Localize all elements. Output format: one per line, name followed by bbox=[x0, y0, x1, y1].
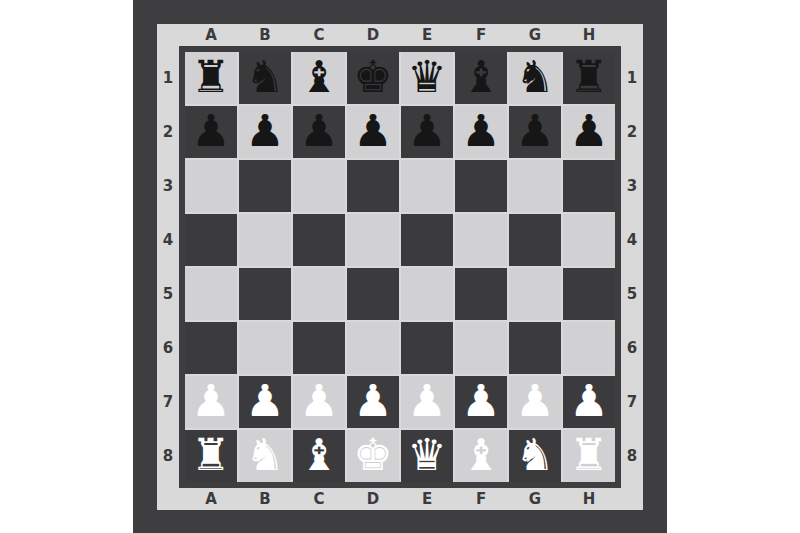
square-e3[interactable] bbox=[401, 160, 453, 212]
square-g3[interactable] bbox=[509, 160, 561, 212]
square-d8[interactable]: ♚ bbox=[347, 430, 399, 482]
piece-white-pawn: ♟ bbox=[191, 379, 230, 423]
square-g1[interactable]: ♞ bbox=[509, 52, 561, 104]
square-c6[interactable] bbox=[293, 322, 345, 374]
piece-white-pawn: ♟ bbox=[515, 379, 554, 423]
square-e8[interactable]: ♛ bbox=[401, 430, 453, 482]
piece-black-bishop: ♝ bbox=[461, 55, 500, 99]
file-labels-bottom: ABCDEFGH bbox=[185, 488, 615, 510]
square-f8[interactable]: ♝ bbox=[455, 430, 507, 482]
file-label-f: F bbox=[455, 24, 507, 46]
file-label-c: C bbox=[293, 488, 345, 510]
square-f6[interactable] bbox=[455, 322, 507, 374]
square-e7[interactable]: ♟ bbox=[401, 376, 453, 428]
piece-white-knight: ♞ bbox=[245, 433, 284, 477]
square-d4[interactable] bbox=[347, 214, 399, 266]
rank-labels-left: 12345678 bbox=[157, 52, 179, 482]
file-label-a: A bbox=[185, 24, 237, 46]
file-label-c: C bbox=[293, 24, 345, 46]
square-d5[interactable] bbox=[347, 268, 399, 320]
page: ABCDEFGH ABCDEFGH 12345678 12345678 ♜♞♝♚… bbox=[0, 0, 800, 533]
rank-labels-right: 12345678 bbox=[621, 52, 643, 482]
piece-white-pawn: ♟ bbox=[245, 379, 284, 423]
square-a4[interactable] bbox=[185, 214, 237, 266]
rank-label-1: 1 bbox=[621, 52, 643, 104]
square-e6[interactable] bbox=[401, 322, 453, 374]
square-g7[interactable]: ♟ bbox=[509, 376, 561, 428]
square-g4[interactable] bbox=[509, 214, 561, 266]
rank-label-6: 6 bbox=[157, 322, 179, 374]
file-label-d: D bbox=[347, 488, 399, 510]
square-a6[interactable] bbox=[185, 322, 237, 374]
square-b4[interactable] bbox=[239, 214, 291, 266]
file-label-g: G bbox=[509, 488, 561, 510]
square-g8[interactable]: ♞ bbox=[509, 430, 561, 482]
rank-label-7: 7 bbox=[621, 376, 643, 428]
square-h2[interactable]: ♟ bbox=[563, 106, 615, 158]
file-label-a: A bbox=[185, 488, 237, 510]
square-a7[interactable]: ♟ bbox=[185, 376, 237, 428]
square-f2[interactable]: ♟ bbox=[455, 106, 507, 158]
square-b1[interactable]: ♞ bbox=[239, 52, 291, 104]
square-f4[interactable] bbox=[455, 214, 507, 266]
square-a8[interactable]: ♜ bbox=[185, 430, 237, 482]
file-label-d: D bbox=[347, 24, 399, 46]
square-h8[interactable]: ♜ bbox=[563, 430, 615, 482]
rank-label-3: 3 bbox=[621, 160, 643, 212]
square-c3[interactable] bbox=[293, 160, 345, 212]
square-c2[interactable]: ♟ bbox=[293, 106, 345, 158]
piece-black-rook: ♜ bbox=[569, 55, 608, 99]
board-frame: ABCDEFGH ABCDEFGH 12345678 12345678 ♜♞♝♚… bbox=[157, 24, 643, 510]
piece-white-pawn: ♟ bbox=[407, 379, 446, 423]
square-h1[interactable]: ♜ bbox=[563, 52, 615, 104]
square-h4[interactable] bbox=[563, 214, 615, 266]
piece-white-pawn: ♟ bbox=[461, 379, 500, 423]
square-e5[interactable] bbox=[401, 268, 453, 320]
rank-label-5: 5 bbox=[621, 268, 643, 320]
square-a5[interactable] bbox=[185, 268, 237, 320]
piece-black-pawn: ♟ bbox=[569, 109, 608, 153]
rank-label-8: 8 bbox=[621, 430, 643, 482]
square-g5[interactable] bbox=[509, 268, 561, 320]
rank-label-7: 7 bbox=[157, 376, 179, 428]
square-g6[interactable] bbox=[509, 322, 561, 374]
piece-black-rook: ♜ bbox=[191, 55, 230, 99]
square-f3[interactable] bbox=[455, 160, 507, 212]
piece-white-rook: ♜ bbox=[569, 433, 608, 477]
board-inner-border: ♜♞♝♚♛♝♞♜♟♟♟♟♟♟♟♟♟♟♟♟♟♟♟♟♜♞♝♚♛♝♞♜ bbox=[179, 46, 621, 488]
piece-black-knight: ♞ bbox=[515, 55, 554, 99]
square-d6[interactable] bbox=[347, 322, 399, 374]
piece-white-bishop: ♝ bbox=[299, 433, 338, 477]
rank-label-5: 5 bbox=[157, 268, 179, 320]
rank-label-4: 4 bbox=[157, 214, 179, 266]
square-c1[interactable]: ♝ bbox=[293, 52, 345, 104]
chessboard-background: ABCDEFGH ABCDEFGH 12345678 12345678 ♜♞♝♚… bbox=[133, 0, 667, 533]
file-label-h: H bbox=[563, 24, 615, 46]
piece-white-pawn: ♟ bbox=[569, 379, 608, 423]
square-h7[interactable]: ♟ bbox=[563, 376, 615, 428]
square-h6[interactable] bbox=[563, 322, 615, 374]
piece-black-queen: ♛ bbox=[407, 55, 446, 99]
square-h3[interactable] bbox=[563, 160, 615, 212]
square-c8[interactable]: ♝ bbox=[293, 430, 345, 482]
file-label-e: E bbox=[401, 24, 453, 46]
piece-white-pawn: ♟ bbox=[353, 379, 392, 423]
chessboard: ♜♞♝♚♛♝♞♜♟♟♟♟♟♟♟♟♟♟♟♟♟♟♟♟♜♞♝♚♛♝♞♜ bbox=[185, 52, 615, 482]
square-e2[interactable]: ♟ bbox=[401, 106, 453, 158]
piece-black-pawn: ♟ bbox=[353, 109, 392, 153]
rank-label-1: 1 bbox=[157, 52, 179, 104]
square-b5[interactable] bbox=[239, 268, 291, 320]
piece-white-queen: ♛ bbox=[407, 433, 446, 477]
square-d1[interactable]: ♚ bbox=[347, 52, 399, 104]
file-label-f: F bbox=[455, 488, 507, 510]
rank-label-3: 3 bbox=[157, 160, 179, 212]
square-b7[interactable]: ♟ bbox=[239, 376, 291, 428]
piece-white-knight: ♞ bbox=[515, 433, 554, 477]
square-c7[interactable]: ♟ bbox=[293, 376, 345, 428]
piece-black-pawn: ♟ bbox=[515, 109, 554, 153]
file-label-b: B bbox=[239, 488, 291, 510]
piece-white-rook: ♜ bbox=[191, 433, 230, 477]
square-c4[interactable] bbox=[293, 214, 345, 266]
square-f5[interactable] bbox=[455, 268, 507, 320]
file-label-e: E bbox=[401, 488, 453, 510]
rank-label-2: 2 bbox=[157, 106, 179, 158]
piece-black-pawn: ♟ bbox=[191, 109, 230, 153]
rank-label-4: 4 bbox=[621, 214, 643, 266]
square-e4[interactable] bbox=[401, 214, 453, 266]
file-label-b: B bbox=[239, 24, 291, 46]
square-b6[interactable] bbox=[239, 322, 291, 374]
piece-white-pawn: ♟ bbox=[299, 379, 338, 423]
square-f7[interactable]: ♟ bbox=[455, 376, 507, 428]
file-label-g: G bbox=[509, 24, 561, 46]
rank-label-6: 6 bbox=[621, 322, 643, 374]
square-d2[interactable]: ♟ bbox=[347, 106, 399, 158]
square-g2[interactable]: ♟ bbox=[509, 106, 561, 158]
piece-black-knight: ♞ bbox=[245, 55, 284, 99]
piece-black-pawn: ♟ bbox=[407, 109, 446, 153]
square-f1[interactable]: ♝ bbox=[455, 52, 507, 104]
square-a1[interactable]: ♜ bbox=[185, 52, 237, 104]
square-b3[interactable] bbox=[239, 160, 291, 212]
rank-label-2: 2 bbox=[621, 106, 643, 158]
piece-white-king: ♚ bbox=[353, 433, 392, 477]
file-labels-top: ABCDEFGH bbox=[185, 24, 615, 46]
square-d3[interactable] bbox=[347, 160, 399, 212]
square-b2[interactable]: ♟ bbox=[239, 106, 291, 158]
piece-black-pawn: ♟ bbox=[245, 109, 284, 153]
square-b8[interactable]: ♞ bbox=[239, 430, 291, 482]
piece-black-pawn: ♟ bbox=[461, 109, 500, 153]
file-label-h: H bbox=[563, 488, 615, 510]
square-d7[interactable]: ♟ bbox=[347, 376, 399, 428]
piece-black-pawn: ♟ bbox=[299, 109, 338, 153]
square-h5[interactable] bbox=[563, 268, 615, 320]
rank-label-8: 8 bbox=[157, 430, 179, 482]
square-c5[interactable] bbox=[293, 268, 345, 320]
square-a3[interactable] bbox=[185, 160, 237, 212]
piece-black-bishop: ♝ bbox=[299, 55, 338, 99]
square-a2[interactable]: ♟ bbox=[185, 106, 237, 158]
piece-black-king: ♚ bbox=[353, 55, 392, 99]
square-e1[interactable]: ♛ bbox=[401, 52, 453, 104]
piece-white-bishop: ♝ bbox=[461, 433, 500, 477]
